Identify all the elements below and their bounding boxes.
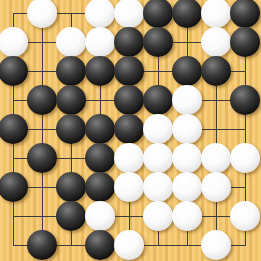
black-stone-F6 [143,85,173,115]
intersection-A4[interactable] [0,144,28,173]
black-stone-E6 [114,85,144,115]
white-stone-H4 [201,143,231,173]
intersection-A1[interactable] [0,231,28,260]
intersection-F1[interactable] [144,231,173,260]
intersection-H5[interactable] [202,115,231,144]
black-stone-D1 [85,230,115,260]
black-stone-E7 [114,56,144,86]
black-stone-C3 [56,172,86,202]
white-stone-F5 [143,114,173,144]
intersection-E2[interactable] [115,202,144,231]
intersection-F7[interactable] [144,57,173,86]
white-stone-J4 [230,143,260,173]
black-stone-D7 [85,56,115,86]
white-stone-C8 [56,27,86,57]
black-stone-B6 [27,85,57,115]
black-stone-E8 [114,27,144,57]
white-stone-H8 [201,27,231,57]
intersection-B3[interactable] [28,173,57,202]
white-stone-G6 [172,85,202,115]
black-stone-D5 [85,114,115,144]
white-stone-F3 [143,172,173,202]
intersection-B5[interactable] [28,115,57,144]
black-stone-J8 [230,27,260,57]
intersection-A2[interactable] [0,202,28,231]
white-stone-E4 [114,143,144,173]
go-board [0,0,261,261]
intersection-G8[interactable] [173,28,202,57]
black-stone-D3 [85,172,115,202]
white-stone-E1 [114,230,144,260]
intersection-D6[interactable] [86,86,115,115]
black-stone-B1 [27,230,57,260]
intersection-C9[interactable] [57,0,86,28]
intersection-J7[interactable] [231,57,260,86]
white-stone-J2 [230,201,260,231]
white-stone-F4 [143,143,173,173]
black-stone-D4 [85,143,115,173]
black-stone-E5 [114,114,144,144]
intersection-A9[interactable] [0,0,28,28]
black-stone-F8 [143,27,173,57]
black-stone-B4 [27,143,57,173]
intersection-B2[interactable] [28,202,57,231]
white-stone-D8 [85,27,115,57]
black-stone-C2 [56,201,86,231]
black-stone-C5 [56,114,86,144]
intersection-G1[interactable] [173,231,202,260]
intersection-J3[interactable] [231,173,260,202]
black-stone-J6 [230,85,260,115]
white-stone-F2 [143,201,173,231]
intersection-C1[interactable] [57,231,86,260]
intersection-A6[interactable] [0,86,28,115]
white-stone-H3 [201,172,231,202]
white-stone-G2 [172,201,202,231]
white-stone-E3 [114,172,144,202]
black-stone-C7 [56,56,86,86]
intersection-J1[interactable] [231,231,260,260]
black-stone-G7 [172,56,202,86]
black-stone-H7 [201,56,231,86]
intersection-B7[interactable] [28,57,57,86]
white-stone-H1 [201,230,231,260]
white-stone-G5 [172,114,202,144]
black-stone-C6 [56,85,86,115]
intersection-B8[interactable] [28,28,57,57]
intersection-C4[interactable] [57,144,86,173]
intersection-H6[interactable] [202,86,231,115]
intersection-H2[interactable] [202,202,231,231]
white-stone-D2 [85,201,115,231]
intersection-J5[interactable] [231,115,260,144]
white-stone-G4 [172,143,202,173]
white-stone-G3 [172,172,202,202]
